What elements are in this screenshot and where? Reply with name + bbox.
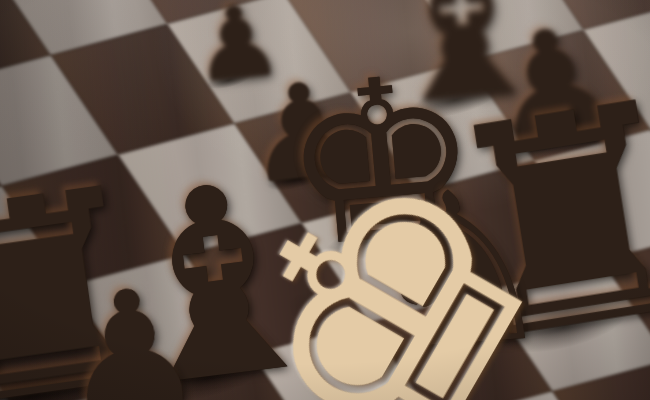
chess-scene: ♟♟♝♟♚♜♞♜♝♟♚ <box>0 0 650 400</box>
